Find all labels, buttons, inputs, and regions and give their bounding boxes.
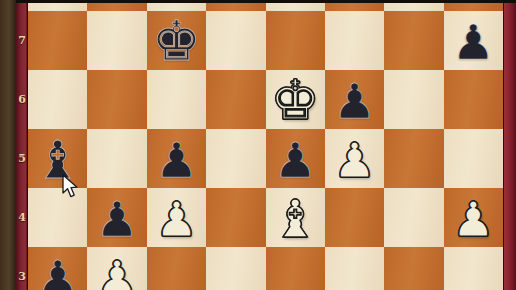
board-frame-right — [503, 0, 516, 290]
black-pawn-b4-icon: ♟ — [96, 195, 139, 243]
square-h5[interactable] — [444, 129, 503, 188]
square-b3[interactable]: ♟ — [87, 247, 146, 290]
square-g3[interactable] — [384, 247, 443, 290]
chess-diagram-frame: ♚♟♚♟♝♟♟♟♟♟♝♟♟♟ 76543 — [0, 0, 516, 290]
square-a5[interactable]: ♝ — [28, 129, 87, 188]
square-h7[interactable]: ♟ — [444, 11, 503, 70]
square-c4[interactable]: ♟ — [147, 188, 206, 247]
square-d3[interactable] — [206, 247, 265, 290]
square-e8[interactable] — [266, 3, 325, 11]
white-pawn-c4-icon: ♟ — [155, 195, 198, 243]
white-pawn-f5-icon: ♟ — [333, 136, 376, 184]
rank-label-5: 5 — [16, 152, 28, 165]
square-d8[interactable] — [206, 3, 265, 11]
square-d4[interactable] — [206, 188, 265, 247]
square-c5[interactable]: ♟ — [147, 129, 206, 188]
black-king-c7-icon: ♚ — [152, 14, 201, 69]
square-a4[interactable] — [28, 188, 87, 247]
square-h8[interactable] — [444, 3, 503, 11]
square-b6[interactable] — [87, 70, 146, 129]
black-pawn-e5-icon: ♟ — [274, 136, 317, 184]
square-d5[interactable] — [206, 129, 265, 188]
rank-label-3: 3 — [16, 270, 28, 283]
top-border-strip — [16, 0, 516, 3]
square-h3[interactable] — [444, 247, 503, 290]
square-g4[interactable] — [384, 188, 443, 247]
square-f3[interactable] — [325, 247, 384, 290]
black-pawn-h7-icon: ♟ — [452, 18, 495, 66]
square-c3[interactable] — [147, 247, 206, 290]
square-c6[interactable] — [147, 70, 206, 129]
square-b4[interactable]: ♟ — [87, 188, 146, 247]
square-h4[interactable]: ♟ — [444, 188, 503, 247]
white-pawn-b3-icon: ♟ — [96, 254, 139, 290]
white-bishop-e4-icon: ♝ — [272, 193, 319, 245]
black-pawn-a3-icon: ♟ — [36, 254, 79, 290]
square-g5[interactable] — [384, 129, 443, 188]
square-c7[interactable]: ♚ — [147, 11, 206, 70]
square-e7[interactable] — [266, 11, 325, 70]
square-e3[interactable] — [266, 247, 325, 290]
square-a3[interactable]: ♟ — [28, 247, 87, 290]
square-a7[interactable] — [28, 11, 87, 70]
square-d6[interactable] — [206, 70, 265, 129]
square-g8[interactable] — [384, 3, 443, 11]
chess-board: ♚♟♚♟♝♟♟♟♟♟♝♟♟♟ — [28, 3, 503, 290]
square-d7[interactable] — [206, 11, 265, 70]
square-e5[interactable]: ♟ — [266, 129, 325, 188]
square-h6[interactable] — [444, 70, 503, 129]
square-f4[interactable] — [325, 188, 384, 247]
square-a8[interactable] — [28, 3, 87, 11]
square-e4[interactable]: ♝ — [266, 188, 325, 247]
square-f8[interactable] — [325, 3, 384, 11]
square-a6[interactable] — [28, 70, 87, 129]
square-f7[interactable] — [325, 11, 384, 70]
square-b7[interactable] — [87, 11, 146, 70]
rank-label-7: 7 — [16, 34, 28, 47]
black-bishop-a5-icon: ♝ — [34, 134, 81, 186]
square-g6[interactable] — [384, 70, 443, 129]
square-f6[interactable]: ♟ — [325, 70, 384, 129]
outer-wood-edge — [0, 0, 16, 290]
black-pawn-f6-icon: ♟ — [333, 77, 376, 125]
square-f5[interactable]: ♟ — [325, 129, 384, 188]
white-king-e6-icon: ♚ — [271, 73, 320, 128]
square-g7[interactable] — [384, 11, 443, 70]
rank-label-6: 6 — [16, 93, 28, 106]
black-pawn-c5-icon: ♟ — [155, 136, 198, 184]
square-b8[interactable] — [87, 3, 146, 11]
square-e6[interactable]: ♚ — [266, 70, 325, 129]
white-pawn-h4-icon: ♟ — [452, 195, 495, 243]
square-b5[interactable] — [87, 129, 146, 188]
rank-label-4: 4 — [16, 211, 28, 224]
